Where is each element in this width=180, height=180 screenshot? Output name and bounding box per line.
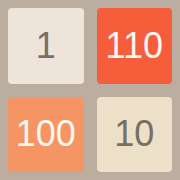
tile-10: 10 bbox=[97, 97, 173, 173]
tile-1: 1 bbox=[8, 8, 84, 84]
game-board[interactable]: 1 110 100 10 bbox=[0, 0, 180, 180]
tile-100: 100 bbox=[8, 97, 84, 173]
tile-110: 110 bbox=[97, 8, 173, 84]
